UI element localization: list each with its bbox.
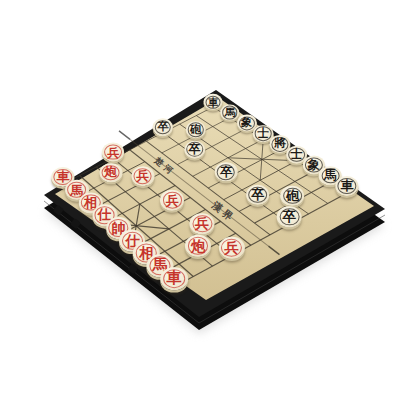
piece-glyph: 將 <box>274 138 286 150</box>
piece-red-soldier-i6[interactable]: 兵 <box>219 237 245 260</box>
piece-glyph: 士 <box>291 149 303 161</box>
piece-red-soldier-e6[interactable]: 兵 <box>160 190 184 211</box>
piece-glyph: 車 <box>341 180 354 193</box>
piece-black-cannon-h2[interactable]: 砲 <box>281 186 305 206</box>
piece-glyph: 象 <box>241 118 252 129</box>
piece-glyph: 炮 <box>105 166 118 179</box>
piece-black-soldier-i3[interactable]: 卒 <box>277 206 302 227</box>
piece-glyph: 砲 <box>286 189 299 202</box>
xiangqi-product-photo: 楚河漢界 車馬象士將士象馬車砲砲卒卒卒卒卒車馬相仕帥仕相馬車炮炮兵兵兵兵兵 <box>0 0 400 400</box>
piece-glyph: 炮 <box>191 239 205 253</box>
piece-glyph: 卒 <box>220 166 232 178</box>
piece-black-cannon-b2[interactable]: 砲 <box>186 121 206 139</box>
piece-black-chariot-i0[interactable]: 車 <box>335 176 358 196</box>
piece-glyph: 兵 <box>224 241 238 255</box>
piece-black-chariot-a0[interactable]: 車 <box>204 94 223 110</box>
pieces-layer: 車馬象士將士象馬車砲砲卒卒卒卒卒車馬相仕帥仕相馬車炮炮兵兵兵兵兵 <box>0 0 400 400</box>
piece-glyph: 車 <box>166 271 181 286</box>
piece-glyph: 卒 <box>251 188 264 201</box>
piece-glyph: 卒 <box>157 121 168 132</box>
piece-glyph: 砲 <box>190 124 201 135</box>
piece-red-cannon-h7[interactable]: 炮 <box>185 235 211 257</box>
piece-glyph: 兵 <box>107 146 119 158</box>
piece-black-soldier-e3[interactable]: 卒 <box>215 162 238 181</box>
piece-glyph: 兵 <box>166 193 179 206</box>
piece-glyph: 馬 <box>224 107 235 118</box>
piece-red-soldier-c6[interactable]: 兵 <box>131 166 154 186</box>
piece-glyph: 車 <box>208 97 218 107</box>
piece-glyph: 馬 <box>324 169 337 182</box>
piece-glyph: 卒 <box>283 210 297 224</box>
piece-red-chariot-i9[interactable]: 車 <box>160 267 188 291</box>
piece-red-soldier-g6[interactable]: 兵 <box>189 213 214 235</box>
piece-black-soldier-a3[interactable]: 卒 <box>153 118 173 136</box>
piece-glyph: 卒 <box>189 144 201 156</box>
piece-black-soldier-g3[interactable]: 卒 <box>246 184 270 204</box>
piece-glyph: 兵 <box>195 217 209 231</box>
piece-black-soldier-c3[interactable]: 卒 <box>184 140 206 158</box>
piece-red-cannon-b7[interactable]: 炮 <box>99 163 122 183</box>
piece-glyph: 士 <box>258 128 269 139</box>
piece-glyph: 兵 <box>136 170 149 183</box>
piece-glyph: 象 <box>307 159 319 171</box>
piece-red-soldier-a6[interactable]: 兵 <box>102 143 124 162</box>
